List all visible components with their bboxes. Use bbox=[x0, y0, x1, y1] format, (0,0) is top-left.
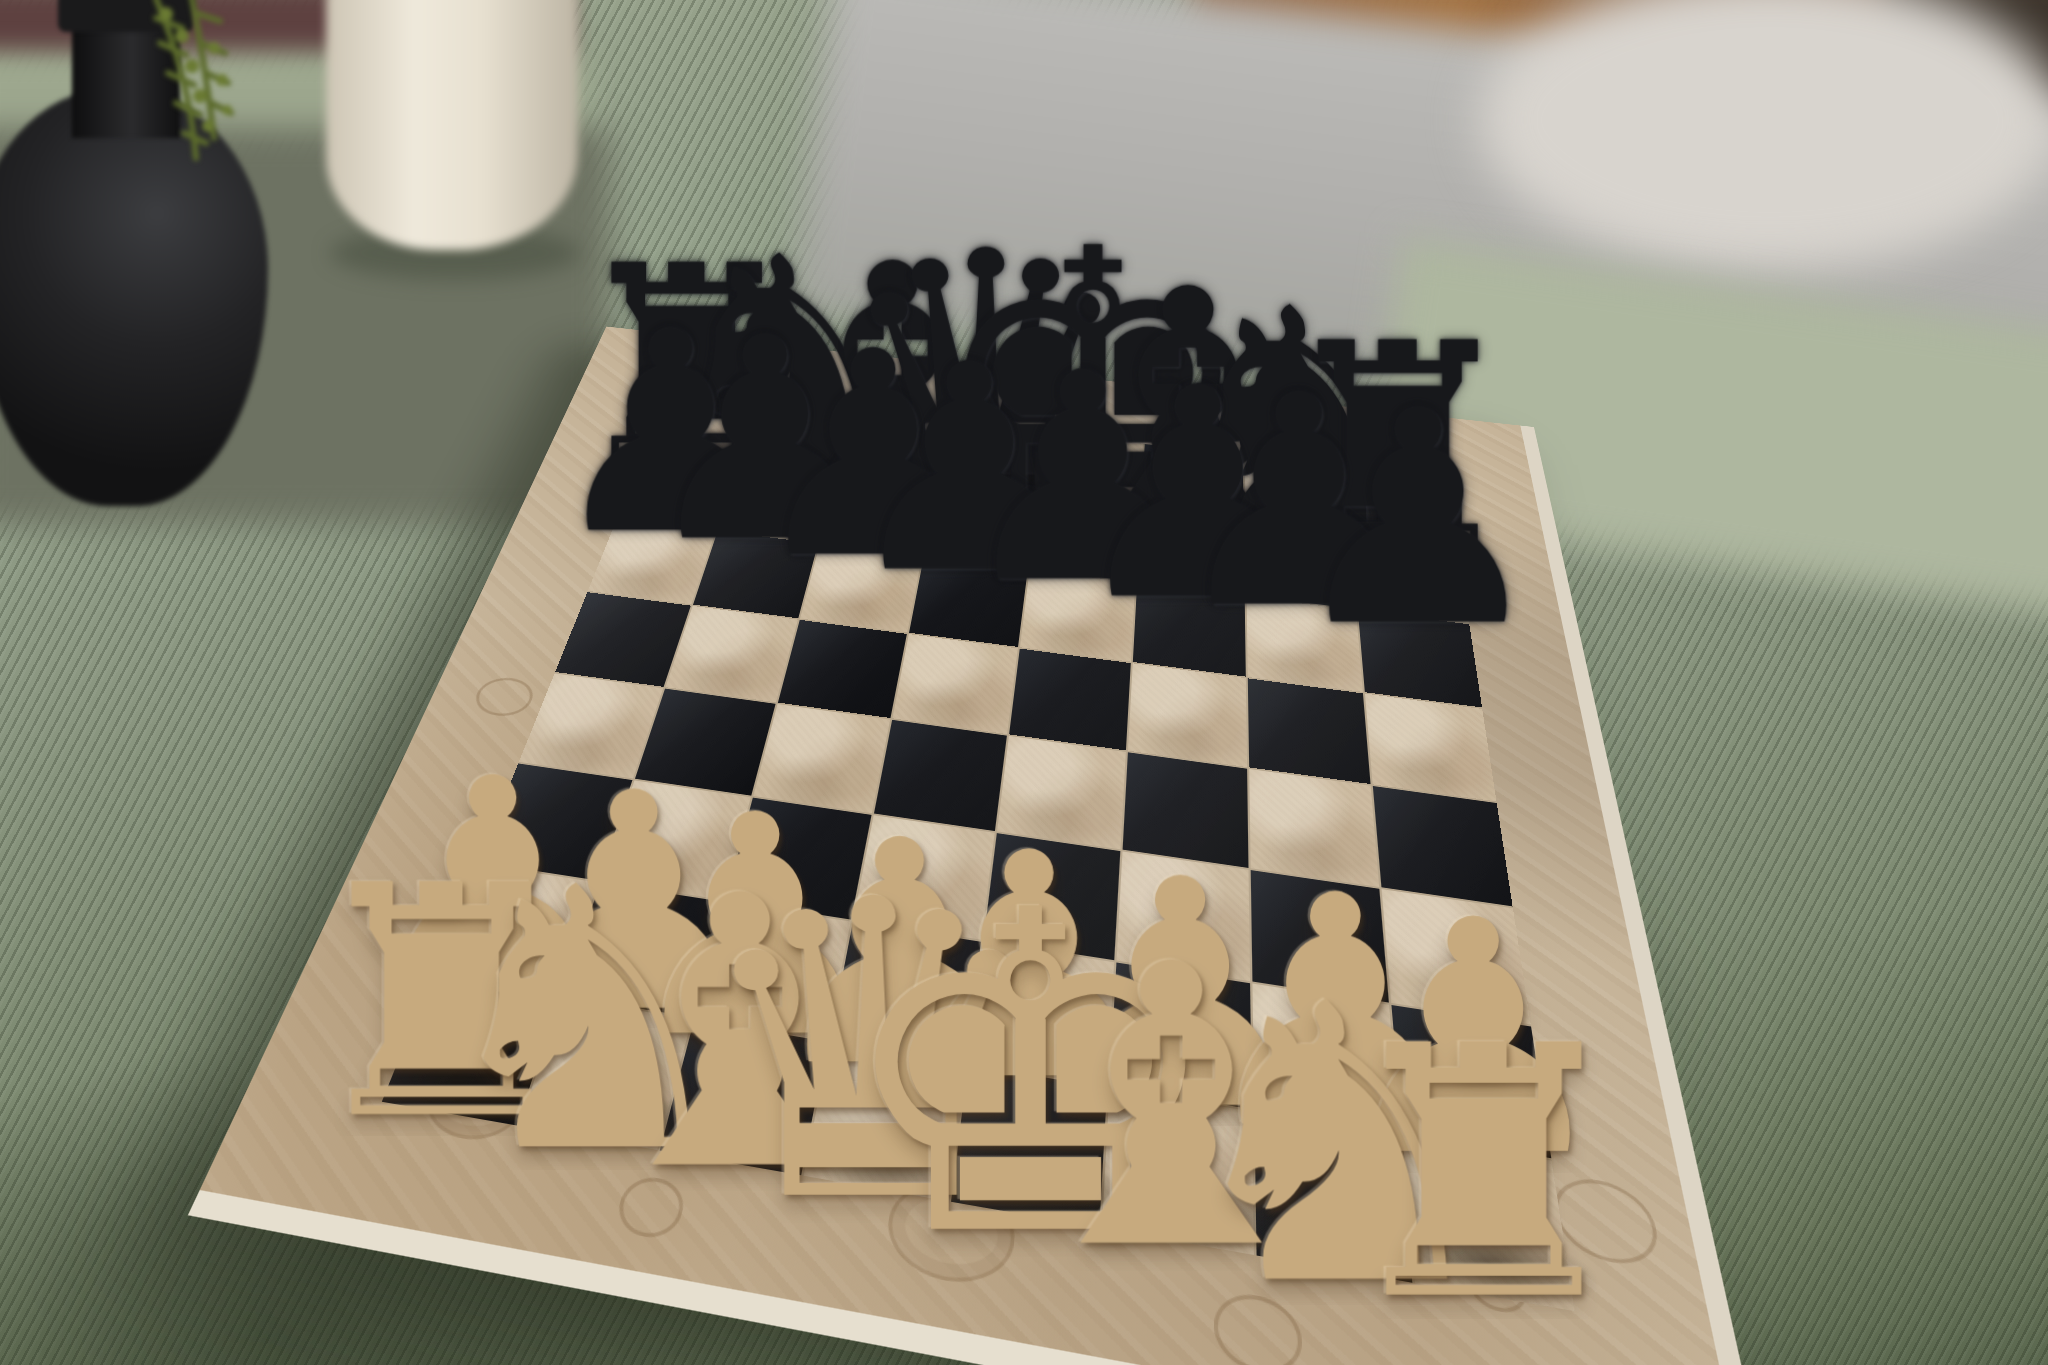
square-h7[interactable]: ♟︎ bbox=[1351, 535, 1469, 623]
scene: ♜♞♝♛♚♝♞♜♟︎♟︎♟︎♟︎♟︎♟︎♟︎♟︎♟︎♟︎♟︎♟︎♟︎♟︎♟︎♟︎… bbox=[0, 0, 2048, 1365]
square-f5[interactable] bbox=[1128, 663, 1247, 767]
fossil-marking bbox=[1214, 1287, 1303, 1365]
square-e5[interactable] bbox=[1009, 648, 1131, 750]
square-b5[interactable] bbox=[666, 605, 798, 701]
square-d5[interactable] bbox=[892, 634, 1017, 734]
chess-board: ♜♞♝♛♚♝♞♜♟︎♟︎♟︎♟︎♟︎♟︎♟︎♟︎♟︎♟︎♟︎♟︎♟︎♟︎♟︎♟︎… bbox=[382, 390, 1575, 1311]
board-perspective-scene: ♜♞♝♛♚♝♞♜♟︎♟︎♟︎♟︎♟︎♟︎♟︎♟︎♟︎♟︎♟︎♟︎♟︎♟︎♟︎♟︎… bbox=[0, 0, 2048, 1365]
square-c5[interactable] bbox=[778, 619, 907, 717]
fossil-marking bbox=[612, 1172, 689, 1241]
fossil-marking bbox=[469, 674, 539, 719]
chess-board-slab: ♜♞♝♛♚♝♞♜♟︎♟︎♟︎♟︎♟︎♟︎♟︎♟︎♟︎♟︎♟︎♟︎♟︎♟︎♟︎♟︎… bbox=[188, 326, 1774, 1365]
square-g5[interactable] bbox=[1248, 678, 1371, 784]
square-h6[interactable] bbox=[1358, 610, 1482, 707]
square-h1[interactable]: ♜ bbox=[1403, 1136, 1575, 1311]
square-h5[interactable] bbox=[1365, 693, 1496, 801]
